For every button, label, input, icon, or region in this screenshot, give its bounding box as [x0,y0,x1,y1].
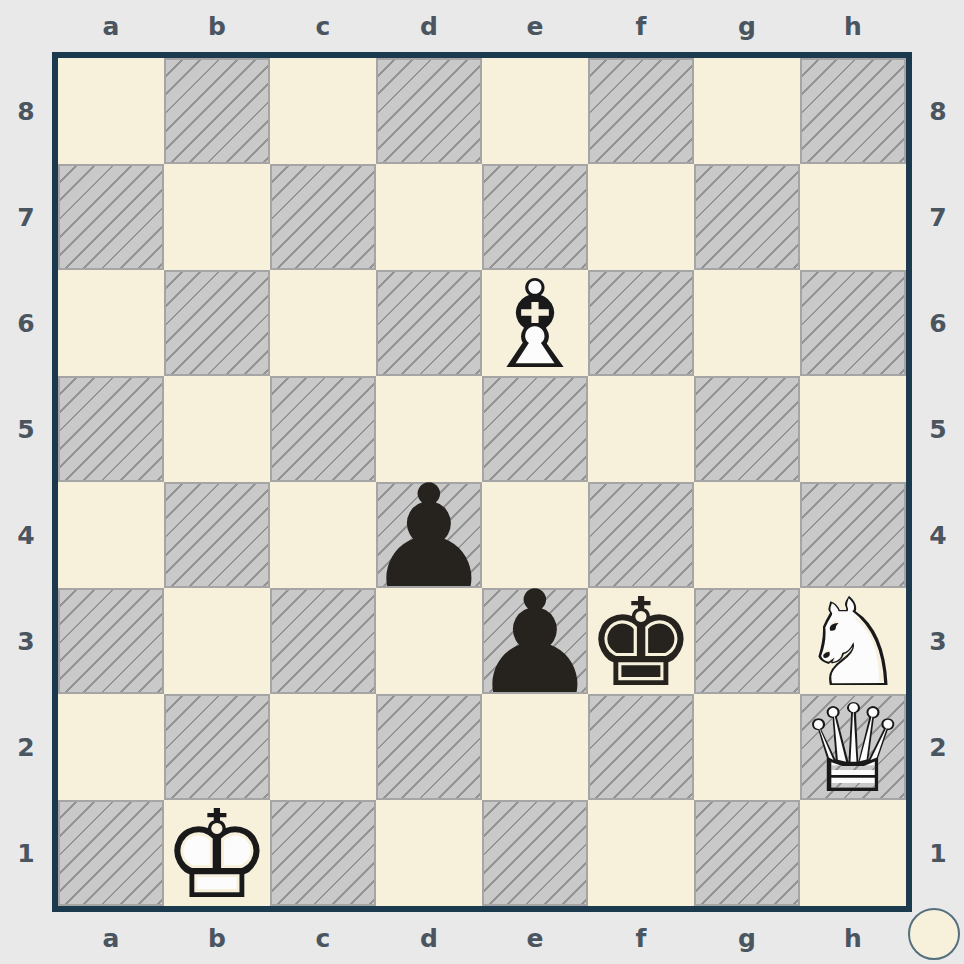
square-a6[interactable] [58,270,164,376]
piece-white-king: ♚♔ [164,800,270,906]
rank-label-6: 6 [0,270,52,376]
square-f7[interactable] [588,164,694,270]
black-pawn-icon: ♟ [376,484,482,590]
square-c2[interactable] [270,694,376,800]
file-labels-top: abcdefgh [58,0,906,52]
side-to-move-indicator [908,908,960,960]
square-h7[interactable] [800,164,906,270]
square-b3[interactable] [164,588,270,694]
square-d7[interactable] [376,164,482,270]
square-c8[interactable] [270,58,376,164]
rank-label-5: 5 [912,376,964,482]
square-f2[interactable] [588,694,694,800]
file-label-e: e [482,0,588,52]
black-pawn-icon: ♟ [482,590,588,696]
rank-label-3: 3 [912,588,964,694]
file-label-c: c [270,0,376,52]
square-c1[interactable] [270,800,376,906]
piece-white-bishop: ♝♗ [482,270,588,376]
square-h2[interactable]: ♛♕ [800,694,906,800]
piece-black-pawn: ♟ [482,588,588,694]
square-e6[interactable]: ♝♗ [482,270,588,376]
square-c6[interactable] [270,270,376,376]
file-label-h: h [800,0,906,52]
rank-labels-right: 87654321 [912,58,964,906]
rank-label-5: 5 [0,376,52,482]
square-e5[interactable] [482,376,588,482]
square-h1[interactable] [800,800,906,906]
rank-label-4: 4 [0,482,52,588]
square-a8[interactable] [58,58,164,164]
rank-label-7: 7 [0,164,52,270]
square-g5[interactable] [694,376,800,482]
square-c5[interactable] [270,376,376,482]
square-a2[interactable] [58,694,164,800]
square-e2[interactable] [482,694,588,800]
square-f3[interactable]: ♚ [588,588,694,694]
rank-label-4: 4 [912,482,964,588]
square-b8[interactable] [164,58,270,164]
white-queen-outline-icon: ♕ [800,696,906,802]
square-g3[interactable] [694,588,800,694]
file-label-a: a [58,0,164,52]
piece-white-queen: ♛♕ [800,694,906,800]
square-c7[interactable] [270,164,376,270]
white-bishop-outline-icon: ♗ [482,272,588,378]
square-d8[interactable] [376,58,482,164]
square-g7[interactable] [694,164,800,270]
square-a1[interactable] [58,800,164,906]
rank-label-8: 8 [912,58,964,164]
square-a5[interactable] [58,376,164,482]
file-label-g: g [694,912,800,964]
chess-board: ♝♗♟♟♚♞♘♛♕♚♔ [52,52,912,912]
file-label-d: d [376,912,482,964]
square-e3[interactable]: ♟ [482,588,588,694]
rank-label-2: 2 [0,694,52,800]
square-c3[interactable] [270,588,376,694]
square-b4[interactable] [164,482,270,588]
square-b1[interactable]: ♚♔ [164,800,270,906]
square-b5[interactable] [164,376,270,482]
square-d6[interactable] [376,270,482,376]
square-g4[interactable] [694,482,800,588]
square-a7[interactable] [58,164,164,270]
rank-label-2: 2 [912,694,964,800]
rank-label-7: 7 [912,164,964,270]
rank-labels-left: 87654321 [0,58,52,906]
square-d3[interactable] [376,588,482,694]
square-f8[interactable] [588,58,694,164]
square-f1[interactable] [588,800,694,906]
file-label-b: b [164,0,270,52]
square-d1[interactable] [376,800,482,906]
square-c4[interactable] [270,482,376,588]
rank-label-8: 8 [0,58,52,164]
square-d4[interactable]: ♟ [376,482,482,588]
piece-black-king: ♚ [588,588,694,694]
square-b7[interactable] [164,164,270,270]
rank-label-1: 1 [912,800,964,906]
square-b6[interactable] [164,270,270,376]
rank-label-6: 6 [912,270,964,376]
square-d2[interactable] [376,694,482,800]
square-g1[interactable] [694,800,800,906]
square-f6[interactable] [588,270,694,376]
file-label-a: a [58,912,164,964]
rank-label-3: 3 [0,588,52,694]
black-king-icon: ♚ [588,590,694,696]
square-g6[interactable] [694,270,800,376]
square-g2[interactable] [694,694,800,800]
square-e1[interactable] [482,800,588,906]
file-label-f: f [588,912,694,964]
square-f5[interactable] [588,376,694,482]
chess-diagram: abcdefgh abcdefgh 87654321 87654321 ♝♗♟♟… [0,0,964,964]
file-label-g: g [694,0,800,52]
file-label-d: d [376,0,482,52]
rank-label-1: 1 [0,800,52,906]
square-h8[interactable] [800,58,906,164]
square-e8[interactable] [482,58,588,164]
square-h6[interactable] [800,270,906,376]
square-h5[interactable] [800,376,906,482]
square-a4[interactable] [58,482,164,588]
file-label-h: h [800,912,906,964]
square-a3[interactable] [58,588,164,694]
file-label-e: e [482,912,588,964]
white-king-outline-icon: ♔ [164,802,270,908]
square-g8[interactable] [694,58,800,164]
file-label-c: c [270,912,376,964]
piece-black-pawn: ♟ [376,482,482,588]
file-label-f: f [588,0,694,52]
